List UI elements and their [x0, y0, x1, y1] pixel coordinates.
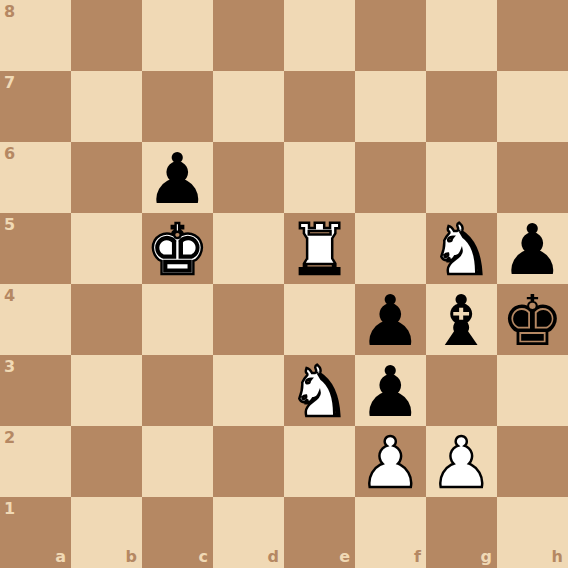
square-g7[interactable]: [426, 71, 497, 142]
file-label-d: d: [268, 549, 279, 565]
square-b1[interactable]: b: [71, 497, 142, 568]
white-rook-e5[interactable]: ♜: [288, 215, 351, 286]
rank-label-8: 8: [4, 4, 15, 20]
square-g5[interactable]: ♞: [426, 213, 497, 284]
square-d2[interactable]: [213, 426, 284, 497]
square-e2[interactable]: [284, 426, 355, 497]
black-pawn-h5[interactable]: ♟: [501, 215, 564, 286]
white-king-c5[interactable]: ♚: [146, 215, 209, 286]
black-pawn-c6[interactable]: ♟: [146, 144, 209, 215]
square-g6[interactable]: [426, 142, 497, 213]
square-c1[interactable]: c: [142, 497, 213, 568]
square-h2[interactable]: [497, 426, 568, 497]
square-h8[interactable]: [497, 0, 568, 71]
square-a5[interactable]: 5: [0, 213, 71, 284]
square-f7[interactable]: [355, 71, 426, 142]
square-c6[interactable]: ♟: [142, 142, 213, 213]
rank-label-3: 3: [4, 359, 15, 375]
rank-label-7: 7: [4, 75, 15, 91]
square-a6[interactable]: 6: [0, 142, 71, 213]
square-d3[interactable]: [213, 355, 284, 426]
square-h1[interactable]: h: [497, 497, 568, 568]
rank-label-4: 4: [4, 288, 15, 304]
square-a8[interactable]: 8: [0, 0, 71, 71]
square-h4[interactable]: ♚: [497, 284, 568, 355]
square-f3[interactable]: ♟: [355, 355, 426, 426]
square-c7[interactable]: [142, 71, 213, 142]
chess-board: 876♟5♚♜♞♟4♟♝♚3♞♟2♟♟1abcdefgh: [0, 0, 568, 568]
square-f5[interactable]: [355, 213, 426, 284]
square-c3[interactable]: [142, 355, 213, 426]
square-a1[interactable]: 1a: [0, 497, 71, 568]
square-f6[interactable]: [355, 142, 426, 213]
square-h3[interactable]: [497, 355, 568, 426]
square-b7[interactable]: [71, 71, 142, 142]
square-g3[interactable]: [426, 355, 497, 426]
square-a3[interactable]: 3: [0, 355, 71, 426]
black-pawn-f3[interactable]: ♟: [359, 357, 422, 428]
square-b6[interactable]: [71, 142, 142, 213]
square-a7[interactable]: 7: [0, 71, 71, 142]
black-king-h4[interactable]: ♚: [501, 286, 564, 357]
square-f8[interactable]: [355, 0, 426, 71]
square-e4[interactable]: [284, 284, 355, 355]
white-pawn-f2[interactable]: ♟: [359, 428, 422, 499]
rank-label-2: 2: [4, 430, 15, 446]
square-d8[interactable]: [213, 0, 284, 71]
file-label-e: e: [339, 549, 350, 565]
square-d7[interactable]: [213, 71, 284, 142]
square-f4[interactable]: ♟: [355, 284, 426, 355]
square-c5[interactable]: ♚: [142, 213, 213, 284]
black-pawn-f4[interactable]: ♟: [359, 286, 422, 357]
square-f1[interactable]: f: [355, 497, 426, 568]
square-c8[interactable]: [142, 0, 213, 71]
rank-label-6: 6: [4, 146, 15, 162]
square-e7[interactable]: [284, 71, 355, 142]
square-f2[interactable]: ♟: [355, 426, 426, 497]
square-h6[interactable]: [497, 142, 568, 213]
square-d6[interactable]: [213, 142, 284, 213]
file-label-b: b: [126, 549, 137, 565]
rank-label-5: 5: [4, 217, 15, 233]
square-e8[interactable]: [284, 0, 355, 71]
square-h5[interactable]: ♟: [497, 213, 568, 284]
square-h7[interactable]: [497, 71, 568, 142]
white-pawn-g2[interactable]: ♟: [430, 428, 493, 499]
square-e6[interactable]: [284, 142, 355, 213]
square-g8[interactable]: [426, 0, 497, 71]
file-label-h: h: [552, 549, 563, 565]
white-knight-e3[interactable]: ♞: [288, 357, 351, 428]
file-label-f: f: [414, 549, 421, 565]
square-a4[interactable]: 4: [0, 284, 71, 355]
file-label-g: g: [481, 549, 492, 565]
square-b3[interactable]: [71, 355, 142, 426]
square-d4[interactable]: [213, 284, 284, 355]
white-knight-g5[interactable]: ♞: [430, 215, 493, 286]
square-e5[interactable]: ♜: [284, 213, 355, 284]
square-d1[interactable]: d: [213, 497, 284, 568]
square-g1[interactable]: g: [426, 497, 497, 568]
square-b2[interactable]: [71, 426, 142, 497]
square-b4[interactable]: [71, 284, 142, 355]
square-b8[interactable]: [71, 0, 142, 71]
file-label-c: c: [199, 549, 208, 565]
square-c2[interactable]: [142, 426, 213, 497]
black-bishop-g4[interactable]: ♝: [430, 286, 493, 357]
file-label-a: a: [55, 549, 66, 565]
square-e3[interactable]: ♞: [284, 355, 355, 426]
square-b5[interactable]: [71, 213, 142, 284]
square-a2[interactable]: 2: [0, 426, 71, 497]
square-e1[interactable]: e: [284, 497, 355, 568]
square-g2[interactable]: ♟: [426, 426, 497, 497]
square-c4[interactable]: [142, 284, 213, 355]
square-d5[interactable]: [213, 213, 284, 284]
rank-label-1: 1: [4, 501, 15, 517]
square-g4[interactable]: ♝: [426, 284, 497, 355]
